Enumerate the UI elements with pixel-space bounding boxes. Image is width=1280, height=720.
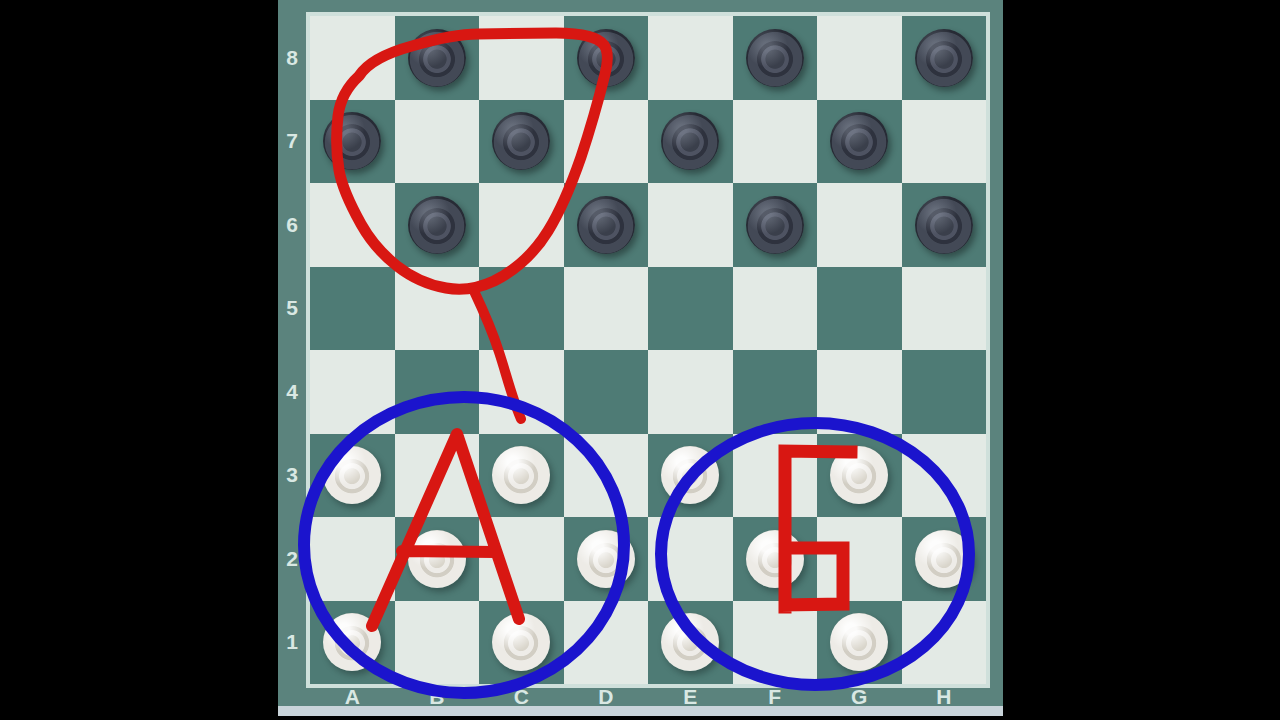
dark-checker-d8[interactable] [577, 29, 635, 87]
dark-checker-e7[interactable] [661, 112, 719, 170]
dark-checker-h6[interactable] [915, 196, 973, 254]
square-h4[interactable] [902, 350, 987, 434]
square-b7[interactable] [395, 100, 480, 184]
file-label-a: A [310, 686, 395, 708]
square-h2[interactable] [902, 517, 987, 601]
dark-checker-b8[interactable] [408, 29, 466, 87]
white-checker-g3[interactable] [830, 446, 888, 504]
file-label-d: D [564, 686, 649, 708]
board-frame [306, 12, 990, 688]
square-c8[interactable] [479, 16, 564, 100]
square-b2[interactable] [395, 517, 480, 601]
square-a7[interactable] [310, 100, 395, 184]
board-grid [310, 16, 986, 684]
square-g3[interactable] [817, 434, 902, 518]
square-d5[interactable] [564, 267, 649, 351]
square-h5[interactable] [902, 267, 987, 351]
square-h3[interactable] [902, 434, 987, 518]
dark-checker-d6[interactable] [577, 196, 635, 254]
square-g5[interactable] [817, 267, 902, 351]
dark-checker-h8[interactable] [915, 29, 973, 87]
white-checker-e1[interactable] [661, 613, 719, 671]
rank-label-8: 8 [278, 16, 306, 100]
rank-label-2: 2 [278, 517, 306, 601]
board-area: 8 7 6 5 4 3 2 1 A B C D E F G H [278, 0, 1003, 716]
file-label-e: E [648, 686, 733, 708]
white-checker-c1[interactable] [492, 613, 550, 671]
dark-checker-b6[interactable] [408, 196, 466, 254]
square-c2[interactable] [479, 517, 564, 601]
square-h7[interactable] [902, 100, 987, 184]
square-a8[interactable] [310, 16, 395, 100]
square-b4[interactable] [395, 350, 480, 434]
file-label-f: F [733, 686, 818, 708]
square-a4[interactable] [310, 350, 395, 434]
square-h6[interactable] [902, 183, 987, 267]
square-f5[interactable] [733, 267, 818, 351]
square-e5[interactable] [648, 267, 733, 351]
square-e6[interactable] [648, 183, 733, 267]
square-d4[interactable] [564, 350, 649, 434]
file-label-c: C [479, 686, 564, 708]
square-e8[interactable] [648, 16, 733, 100]
square-f4[interactable] [733, 350, 818, 434]
dark-checker-a7[interactable] [323, 112, 381, 170]
square-a6[interactable] [310, 183, 395, 267]
square-b3[interactable] [395, 434, 480, 518]
square-c6[interactable] [479, 183, 564, 267]
file-label-b: B [395, 686, 480, 708]
square-g1[interactable] [817, 601, 902, 685]
square-f8[interactable] [733, 16, 818, 100]
rank-label-1: 1 [278, 601, 306, 685]
square-d7[interactable] [564, 100, 649, 184]
dark-checker-f6[interactable] [746, 196, 804, 254]
square-a5[interactable] [310, 267, 395, 351]
square-g8[interactable] [817, 16, 902, 100]
dark-checker-g7[interactable] [830, 112, 888, 170]
square-d6[interactable] [564, 183, 649, 267]
square-b5[interactable] [395, 267, 480, 351]
square-f1[interactable] [733, 601, 818, 685]
white-checker-g1[interactable] [830, 613, 888, 671]
white-checker-f2[interactable] [746, 530, 804, 588]
square-f6[interactable] [733, 183, 818, 267]
white-checker-d2[interactable] [577, 530, 635, 588]
square-g2[interactable] [817, 517, 902, 601]
square-g7[interactable] [817, 100, 902, 184]
square-b6[interactable] [395, 183, 480, 267]
white-checker-b2[interactable] [408, 530, 466, 588]
white-checker-a1[interactable] [323, 613, 381, 671]
bottom-strip [278, 706, 1003, 716]
square-e3[interactable] [648, 434, 733, 518]
square-d1[interactable] [564, 601, 649, 685]
square-g6[interactable] [817, 183, 902, 267]
square-d8[interactable] [564, 16, 649, 100]
square-c1[interactable] [479, 601, 564, 685]
square-d3[interactable] [564, 434, 649, 518]
square-h1[interactable] [902, 601, 987, 685]
square-b1[interactable] [395, 601, 480, 685]
square-f7[interactable] [733, 100, 818, 184]
file-labels: A B C D E F G H [310, 686, 986, 708]
rank-label-4: 4 [278, 350, 306, 434]
rank-label-7: 7 [278, 100, 306, 184]
square-f3[interactable] [733, 434, 818, 518]
square-d2[interactable] [564, 517, 649, 601]
white-checker-a3[interactable] [323, 446, 381, 504]
square-a2[interactable] [310, 517, 395, 601]
dark-checker-f8[interactable] [746, 29, 804, 87]
square-c7[interactable] [479, 100, 564, 184]
white-checker-h2[interactable] [915, 530, 973, 588]
square-e1[interactable] [648, 601, 733, 685]
square-a3[interactable] [310, 434, 395, 518]
rank-labels: 8 7 6 5 4 3 2 1 [278, 16, 306, 684]
square-e4[interactable] [648, 350, 733, 434]
dark-checker-c7[interactable] [492, 112, 550, 170]
white-checker-e3[interactable] [661, 446, 719, 504]
square-c4[interactable] [479, 350, 564, 434]
rank-label-6: 6 [278, 183, 306, 267]
square-c5[interactable] [479, 267, 564, 351]
square-a1[interactable] [310, 601, 395, 685]
rank-label-3: 3 [278, 434, 306, 518]
square-c3[interactable] [479, 434, 564, 518]
file-label-g: G [817, 686, 902, 708]
square-h8[interactable] [902, 16, 987, 100]
rank-label-5: 5 [278, 267, 306, 351]
square-e2[interactable] [648, 517, 733, 601]
square-g4[interactable] [817, 350, 902, 434]
square-e7[interactable] [648, 100, 733, 184]
square-f2[interactable] [733, 517, 818, 601]
square-b8[interactable] [395, 16, 480, 100]
white-checker-c3[interactable] [492, 446, 550, 504]
file-label-h: H [902, 686, 987, 708]
